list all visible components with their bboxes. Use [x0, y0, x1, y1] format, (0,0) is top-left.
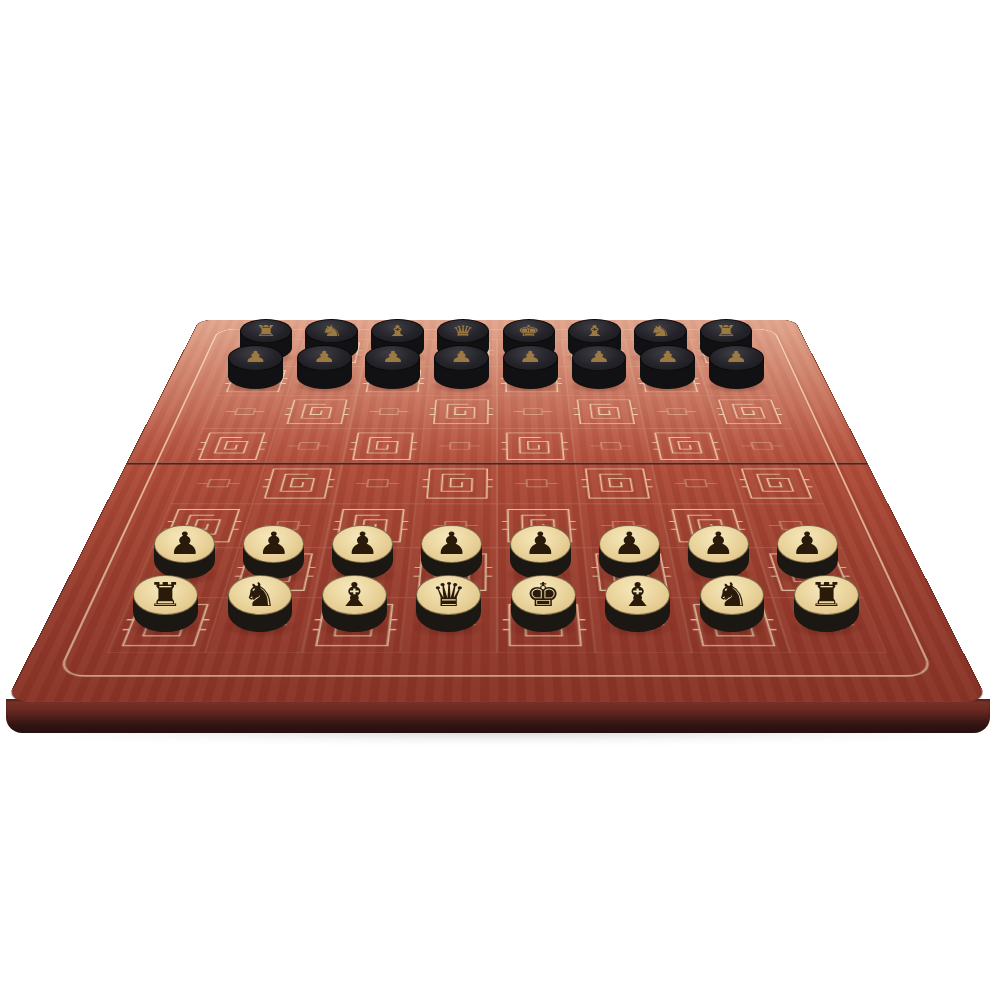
meander-motif — [192, 430, 272, 462]
meander-motif — [686, 600, 784, 650]
meander-pattern — [433, 341, 493, 365]
square-d5 — [420, 428, 498, 464]
square-e7 — [497, 366, 567, 396]
square-f3 — [579, 504, 670, 548]
meander-motif — [420, 466, 493, 502]
bridge-motif — [500, 341, 560, 365]
square-e8 — [497, 339, 564, 366]
square-b5 — [265, 428, 350, 464]
bridge-pattern — [338, 466, 415, 502]
chess-board — [5, 320, 989, 703]
square-a2 — [131, 548, 238, 597]
meander-pattern — [694, 341, 762, 365]
square-h1 — [772, 597, 887, 653]
bridge-motif — [747, 506, 837, 546]
square-e6 — [497, 396, 571, 428]
square-b1 — [204, 597, 313, 653]
meander-pattern — [500, 368, 563, 394]
meander-pattern — [220, 368, 291, 394]
bridge-pattern — [594, 600, 687, 650]
square-g1 — [680, 597, 789, 653]
meander-motif — [427, 397, 493, 426]
meander-motif — [157, 506, 247, 546]
bridge-pattern — [642, 397, 714, 426]
meander-pattern — [635, 368, 704, 394]
meander-motif — [761, 550, 857, 594]
meander-pattern — [280, 397, 352, 426]
square-h8 — [690, 339, 766, 366]
bridge-motif — [354, 397, 423, 426]
meander-pattern — [329, 506, 411, 546]
square-f7 — [564, 366, 637, 396]
bridge-pattern — [501, 397, 567, 426]
meander-pattern — [665, 506, 751, 546]
photo-stage: ♜♞♝♛♚♝♞♜♟♟♟♟♟♟♟♟♟♟♟♟♟♟♟♟♜♞♝♛♚♝♞♜ — [0, 0, 1000, 1000]
meander-pattern — [649, 430, 725, 462]
meander-pattern — [501, 506, 578, 546]
square-b7 — [286, 366, 363, 396]
square-a6 — [202, 396, 286, 428]
meander-pattern — [346, 430, 419, 462]
bridge-pattern — [747, 506, 837, 546]
bridge-motif — [207, 397, 282, 426]
square-e4 — [497, 464, 579, 504]
square-c8 — [363, 339, 433, 366]
meander-pattern — [427, 397, 493, 426]
square-f5 — [571, 428, 652, 464]
bridge-motif — [656, 466, 737, 502]
meander-motif — [734, 466, 819, 502]
meander-pattern — [565, 341, 628, 365]
meander-motif — [410, 550, 492, 594]
meander-motif — [565, 341, 628, 365]
bridge-pattern — [675, 550, 767, 594]
bridge-motif — [431, 368, 494, 394]
bridge-pattern — [405, 600, 492, 650]
bridge-pattern — [568, 368, 634, 394]
square-b4 — [252, 464, 342, 504]
meander-motif — [433, 341, 493, 365]
meander-pattern — [501, 430, 570, 462]
bridge-motif — [175, 466, 260, 502]
meander-pattern — [761, 550, 857, 594]
bridge-motif — [702, 368, 773, 394]
meander-motif — [502, 600, 589, 650]
bridge-motif — [136, 550, 232, 594]
square-g2 — [670, 548, 772, 597]
meander-pattern — [502, 600, 589, 650]
square-h4 — [730, 464, 824, 504]
square-d3 — [411, 504, 497, 548]
bridge-pattern — [702, 368, 773, 394]
bridge-motif — [290, 368, 359, 394]
square-c6 — [350, 396, 427, 428]
square-f4 — [575, 464, 661, 504]
bridge-motif — [243, 506, 329, 546]
meander-motif — [329, 506, 411, 546]
square-e1 — [497, 597, 595, 653]
meander-pattern — [579, 466, 656, 502]
meander-motif — [500, 368, 563, 394]
bridge-pattern — [136, 550, 232, 594]
meander-pattern — [734, 466, 819, 502]
square-c4 — [334, 464, 420, 504]
meander-motif — [113, 600, 216, 650]
bridge-pattern — [210, 600, 308, 650]
bridge-pattern — [366, 341, 429, 365]
bridge-motif — [269, 430, 345, 462]
square-g5 — [644, 428, 729, 464]
square-g4 — [652, 464, 742, 504]
meander-motif — [299, 341, 364, 365]
meander-pattern — [192, 430, 272, 462]
bridge-motif — [319, 550, 406, 594]
square-c3 — [324, 504, 415, 548]
bridge-motif — [338, 466, 415, 502]
bridge-pattern — [269, 430, 345, 462]
meander-motif — [346, 430, 419, 462]
square-h6 — [708, 396, 792, 428]
meander-motif — [308, 600, 401, 650]
bridge-motif — [415, 506, 492, 546]
meander-motif — [501, 506, 578, 546]
square-b6 — [276, 396, 357, 428]
meander-motif — [228, 550, 320, 594]
square-d6 — [423, 396, 497, 428]
square-f1 — [589, 597, 692, 653]
bridge-motif — [629, 341, 694, 365]
bridge-motif — [501, 550, 583, 594]
bridge-motif — [366, 341, 429, 365]
bridge-pattern — [656, 466, 737, 502]
bridge-pattern — [319, 550, 406, 594]
square-c2 — [314, 548, 411, 597]
square-d2 — [405, 548, 497, 597]
bridge-motif — [568, 368, 634, 394]
bridge-pattern — [723, 430, 803, 462]
square-d8 — [430, 339, 497, 366]
meander-pattern — [308, 600, 401, 650]
bridge-motif — [675, 550, 767, 594]
square-d1 — [399, 597, 497, 653]
meander-motif — [280, 397, 352, 426]
bridge-pattern — [207, 397, 282, 426]
meander-pattern — [228, 550, 320, 594]
meander-pattern — [571, 397, 640, 426]
board-front-edge — [6, 699, 990, 733]
bridge-pattern — [424, 430, 493, 462]
square-f8 — [561, 339, 631, 366]
square-d7 — [427, 366, 497, 396]
square-f6 — [567, 396, 644, 428]
square-b8 — [296, 339, 369, 366]
meander-pattern — [113, 600, 216, 650]
square-a3 — [152, 504, 252, 548]
bridge-pattern — [501, 466, 574, 502]
meander-motif — [665, 506, 751, 546]
meander-motif — [579, 466, 656, 502]
bridge-motif — [583, 506, 665, 546]
square-c7 — [356, 366, 429, 396]
meander-pattern — [686, 600, 784, 650]
bridge-motif — [723, 430, 803, 462]
meander-pattern — [410, 550, 492, 594]
meander-motif — [649, 430, 725, 462]
bridge-motif — [777, 600, 880, 650]
bridge-motif — [642, 397, 714, 426]
meander-motif — [571, 397, 640, 426]
meander-pattern — [157, 506, 247, 546]
bridge-pattern — [290, 368, 359, 394]
square-a8 — [228, 339, 304, 366]
square-b3 — [238, 504, 334, 548]
bridge-pattern — [500, 341, 560, 365]
meander-motif — [220, 368, 291, 394]
square-a1 — [107, 597, 222, 653]
meander-pattern — [360, 368, 426, 394]
square-c1 — [302, 597, 405, 653]
bridge-pattern — [575, 430, 648, 462]
square-h3 — [742, 504, 842, 548]
square-e3 — [497, 504, 583, 548]
bridge-motif — [405, 600, 492, 650]
square-c5 — [342, 428, 423, 464]
bridge-pattern — [415, 506, 492, 546]
bridge-pattern — [354, 397, 423, 426]
meander-pattern — [257, 466, 338, 502]
bridge-pattern — [232, 341, 300, 365]
meander-motif — [635, 368, 704, 394]
square-d4 — [415, 464, 497, 504]
board-grid — [7, 320, 987, 702]
meander-pattern — [299, 341, 364, 365]
meander-motif — [501, 430, 570, 462]
meander-motif — [694, 341, 762, 365]
square-g7 — [631, 366, 708, 396]
square-h2 — [756, 548, 863, 597]
meander-pattern — [712, 397, 787, 426]
meander-motif — [360, 368, 426, 394]
bridge-pattern — [243, 506, 329, 546]
square-a4 — [170, 464, 264, 504]
bridge-motif — [232, 341, 300, 365]
meander-pattern — [420, 466, 493, 502]
bridge-motif — [594, 600, 687, 650]
meander-motif — [588, 550, 675, 594]
square-e2 — [497, 548, 589, 597]
square-f2 — [583, 548, 680, 597]
square-a5 — [187, 428, 276, 464]
bridge-pattern — [175, 466, 260, 502]
bridge-motif — [501, 466, 574, 502]
meander-pattern — [588, 550, 675, 594]
bridge-pattern — [501, 550, 583, 594]
bridge-motif — [501, 397, 567, 426]
square-h7 — [698, 366, 778, 396]
square-b2 — [222, 548, 324, 597]
square-a7 — [216, 366, 296, 396]
square-h5 — [718, 428, 807, 464]
bridge-pattern — [777, 600, 880, 650]
meander-motif — [257, 466, 338, 502]
square-g8 — [626, 339, 699, 366]
bridge-pattern — [431, 368, 494, 394]
bridge-motif — [575, 430, 648, 462]
bridge-motif — [424, 430, 493, 462]
meander-motif — [712, 397, 787, 426]
square-g3 — [660, 504, 756, 548]
bridge-motif — [210, 600, 308, 650]
bridge-pattern — [629, 341, 694, 365]
square-e5 — [497, 428, 575, 464]
bridge-pattern — [583, 506, 665, 546]
square-g6 — [638, 396, 719, 428]
